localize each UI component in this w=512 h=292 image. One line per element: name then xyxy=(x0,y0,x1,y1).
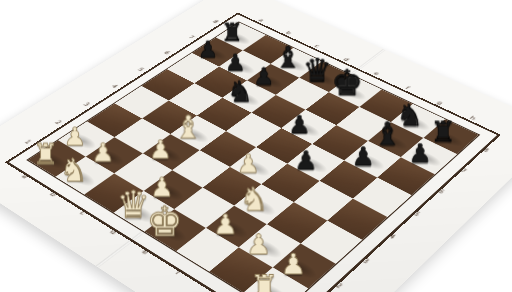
piece-white-pawn-c3[interactable]: ♟ xyxy=(140,137,180,163)
piece-black-pawn-g6[interactable]: ♟ xyxy=(343,144,384,170)
piece-white-knight-b1[interactable]: ♞ xyxy=(53,155,94,187)
perspective-scene: abcdefgh abcdefgh 87654321 87654321 ♜♝♛♚… xyxy=(0,0,512,292)
piece-white-rook-h1[interactable]: ♜ xyxy=(242,272,288,292)
piece-white-pawn-e4[interactable]: ♟ xyxy=(228,150,269,176)
piece-black-king-e8[interactable]: ♚ xyxy=(328,66,366,101)
vinyl-mat: abcdefgh abcdefgh 87654321 87654321 ♜♝♛♚… xyxy=(0,0,512,292)
piece-black-pawn-e6[interactable]: ♟ xyxy=(280,112,319,137)
piece-black-pawn-h7[interactable]: ♟ xyxy=(400,141,441,167)
photo-stage: abcdefgh abcdefgh 87654321 87654321 ♜♝♛♚… xyxy=(0,0,512,292)
piece-black-pawn-f5[interactable]: ♟ xyxy=(286,147,327,173)
piece-white-king-e1[interactable]: ♚ xyxy=(143,202,187,243)
piece-black-knight-c6[interactable]: ♞ xyxy=(221,77,259,106)
